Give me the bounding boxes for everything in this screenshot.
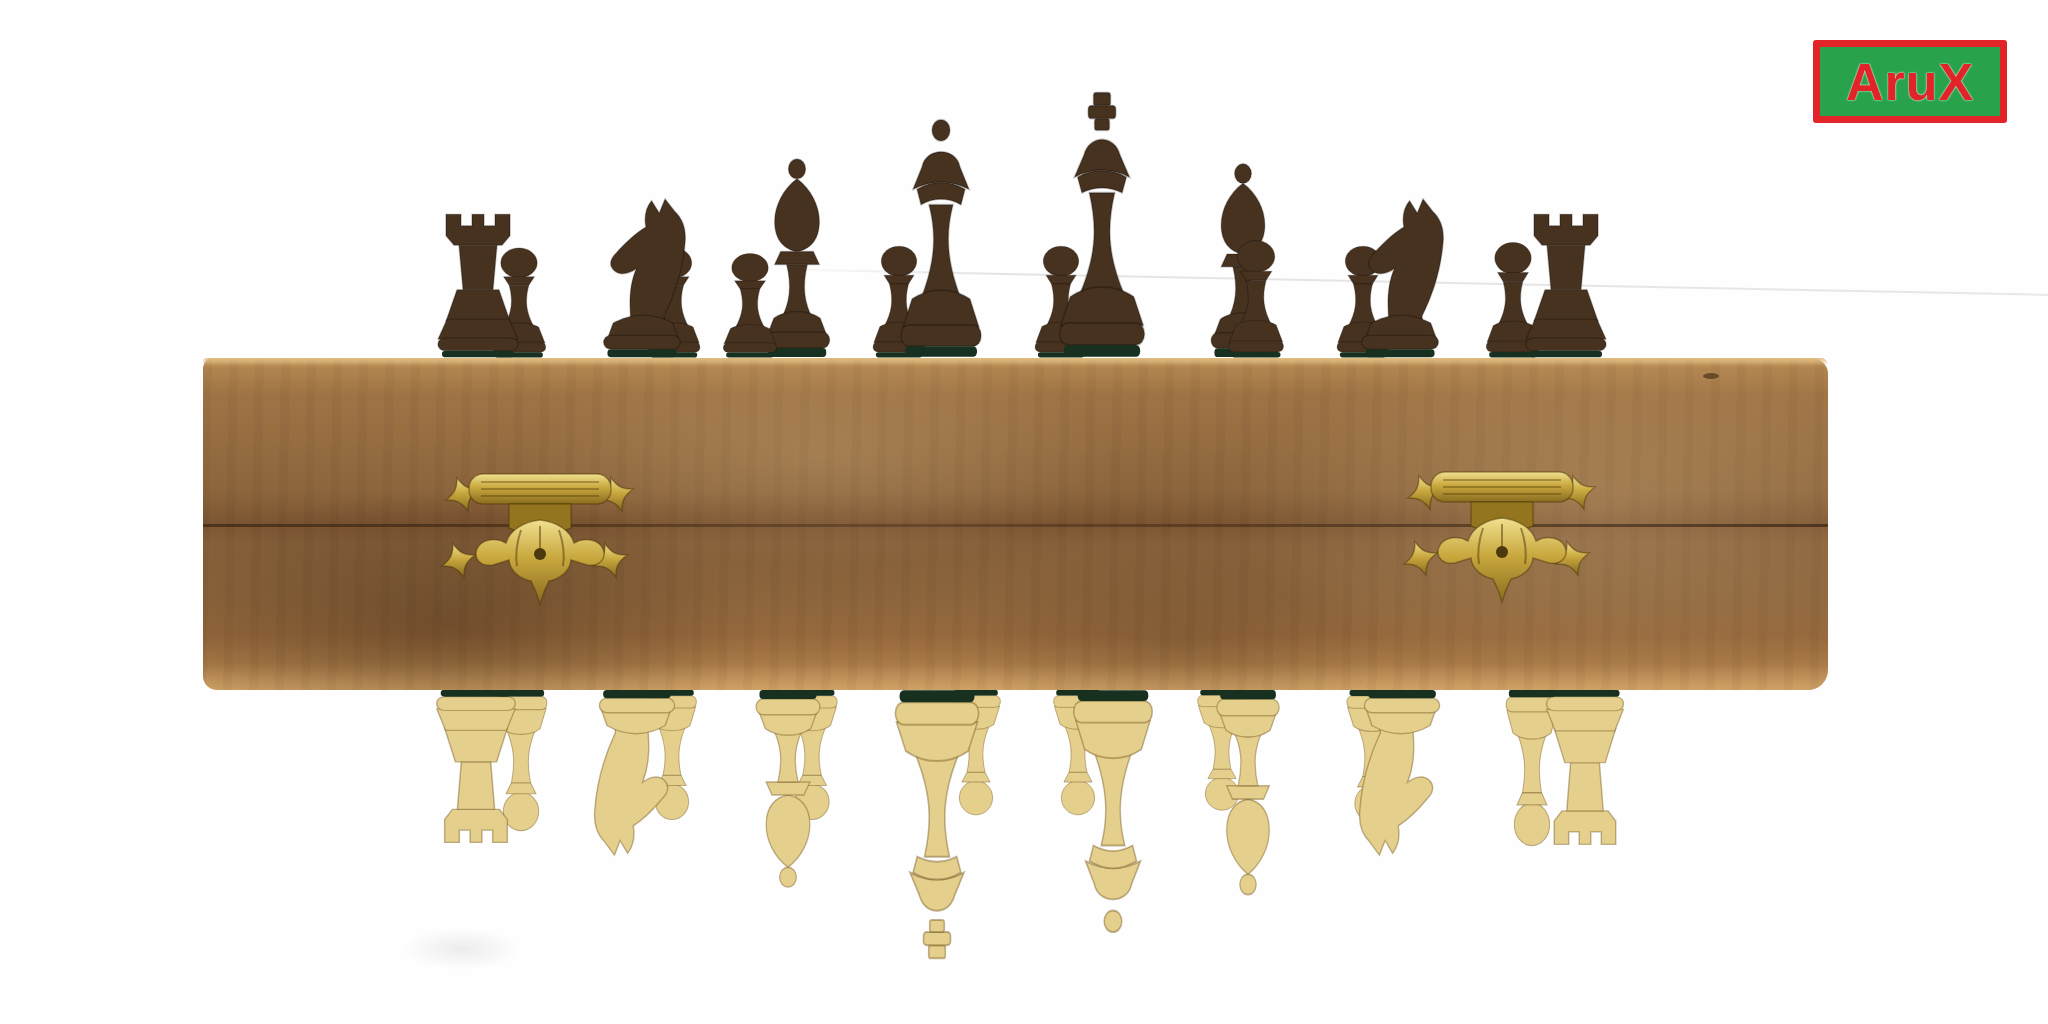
bottom-light-knight-3 bbox=[590, 689, 684, 877]
top-dark-rook-15 bbox=[1516, 210, 1616, 358]
floor-reflection-smudge bbox=[402, 928, 522, 970]
arux-logo-badge: AruX bbox=[1813, 40, 2007, 123]
top-dark-king-9 bbox=[1049, 90, 1155, 358]
bottom-light-rook-15 bbox=[1537, 689, 1633, 849]
product-photo-stage: AruX bbox=[0, 0, 2048, 1024]
top-dark-pawn-5 bbox=[715, 246, 785, 358]
top-dark-knight-13 bbox=[1352, 178, 1448, 358]
bottom-light-bishop-5 bbox=[746, 689, 830, 893]
top-dark-rook-1 bbox=[428, 210, 528, 358]
brass-clasp-left bbox=[433, 466, 647, 608]
top-dark-pawn-11 bbox=[1220, 232, 1292, 358]
bottom-light-queen-9 bbox=[1064, 689, 1162, 937]
bottom-light-bishop-11 bbox=[1207, 689, 1289, 901]
bottom-light-king-7 bbox=[885, 689, 989, 961]
top-dark-knight-3 bbox=[594, 178, 690, 358]
bottom-light-knight-13 bbox=[1355, 689, 1449, 877]
bottom-light-rook-1 bbox=[427, 689, 525, 847]
wood-knot bbox=[1703, 373, 1719, 379]
box-top-edge-highlight bbox=[203, 358, 1828, 365]
top-dark-queen-7 bbox=[891, 115, 991, 358]
brass-clasp-right bbox=[1395, 464, 1609, 606]
arux-logo-text: AruX bbox=[1846, 56, 1974, 108]
